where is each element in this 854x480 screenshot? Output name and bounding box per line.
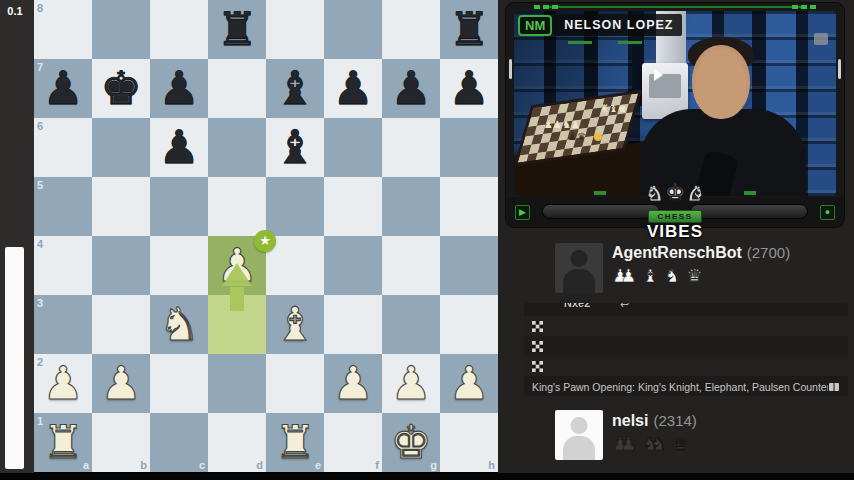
square-h4[interactable]	[440, 236, 498, 295]
square-d2[interactable]	[208, 354, 266, 413]
black-pawn-g7[interactable]: ♟	[382, 59, 440, 118]
wall-object	[814, 33, 828, 45]
captured-pieces-bottom: ♟♟♞♞♛	[612, 433, 689, 455]
file-label-d: d	[256, 459, 263, 471]
rank-label-1: 1	[37, 415, 43, 427]
square-c8[interactable]	[150, 0, 208, 59]
logo-crest: ♞♚♞	[610, 181, 740, 205]
file-label-g: g	[430, 459, 437, 471]
square-f7[interactable]: ♟	[324, 59, 382, 118]
black-bishop-e6[interactable]: ♝	[266, 118, 324, 177]
black-pawn-f7[interactable]: ♟	[324, 59, 382, 118]
black-king-b7[interactable]: ♚	[92, 59, 150, 118]
play-icon-green: ▶	[515, 205, 530, 220]
square-b8[interactable]	[92, 0, 150, 59]
frame-tick-right	[838, 59, 841, 79]
white-pawn-b2[interactable]: ♟	[92, 354, 150, 413]
clipped-move-row[interactable]: Nxe2 ↩	[524, 303, 848, 316]
captured-bishop-icon: ♝	[642, 265, 658, 287]
frame-dashes-left	[534, 5, 558, 9]
reply-arrow-icon: ↩	[620, 303, 629, 311]
square-e8[interactable]	[266, 0, 324, 59]
yellow-piece	[594, 133, 602, 141]
square-d5[interactable]	[208, 177, 266, 236]
square-g7[interactable]: ♟	[382, 59, 440, 118]
captured-knight-icon: ♞	[664, 265, 680, 287]
top-player-rating: (2700)	[747, 244, 790, 261]
clipped-move-text: Nxe2	[564, 303, 590, 309]
bottom-player-rating: (2314)	[653, 412, 696, 429]
square-f3[interactable]	[324, 295, 382, 354]
square-a5[interactable]: 5	[34, 177, 92, 236]
square-e3[interactable]: ♝	[266, 295, 324, 354]
best-move-star-icon: ★	[254, 230, 276, 252]
white-bishop-e3[interactable]: ♝	[266, 295, 324, 354]
square-f1[interactable]: f	[324, 413, 382, 472]
square-a7[interactable]: 7♟	[34, 59, 92, 118]
eval-bar-white-fill	[5, 247, 24, 469]
opening-name: King's Pawn Opening: King's Knight, Elep…	[532, 381, 828, 393]
square-c2[interactable]	[150, 354, 208, 413]
square-h1[interactable]: h	[440, 413, 498, 472]
square-g2[interactable]: ♟	[382, 354, 440, 413]
hint-arrow-head	[222, 263, 252, 286]
captured-pawn-icon: ♟	[620, 265, 636, 287]
rank-label-7: 7	[37, 61, 43, 73]
square-h6[interactable]	[440, 118, 498, 177]
square-b2[interactable]: ♟	[92, 354, 150, 413]
bottom-player-name[interactable]: nelsi(2314)	[612, 412, 697, 430]
captured-queen-icon: ♛	[687, 265, 703, 287]
file-label-b: b	[140, 459, 147, 471]
rank-label-8: 8	[37, 2, 43, 14]
game-result-row[interactable]	[524, 356, 848, 376]
eval-bar: 0.1	[0, 0, 34, 480]
streamer-name: NELSON LOPEZ	[555, 14, 682, 36]
title-badge: NM	[518, 15, 552, 36]
checkered-flag-icon	[532, 321, 543, 332]
black-bishop-e7[interactable]: ♝	[266, 59, 324, 118]
rank-label-3: 3	[37, 297, 43, 309]
captured-knight-icon: ♞	[650, 433, 666, 455]
file-label-h: h	[488, 459, 495, 471]
square-d4[interactable]: ♟★	[208, 236, 266, 295]
frame-tick-left	[509, 59, 512, 79]
logo-text-vibes: VIBES	[610, 222, 740, 242]
rank-label-6: 6	[37, 120, 43, 132]
square-g6[interactable]	[382, 118, 440, 177]
square-e6[interactable]: ♝	[266, 118, 324, 177]
square-e1[interactable]: e♜	[266, 413, 324, 472]
square-h7[interactable]: ♟	[440, 59, 498, 118]
white-knight-c3[interactable]: ♞	[150, 295, 208, 354]
frame-top-line	[544, 6, 806, 8]
file-label-a: a	[83, 459, 89, 471]
captured-queen-icon: ♛	[673, 433, 689, 455]
streamer-face	[692, 45, 750, 119]
black-rook-d8[interactable]: ♜	[208, 0, 266, 59]
game-result-row[interactable]	[524, 316, 848, 336]
square-a1[interactable]: 1a♜	[34, 413, 92, 472]
streamer-nameplate: NM NELSON LOPEZ	[518, 14, 682, 36]
square-e2[interactable]	[266, 354, 324, 413]
square-d8[interactable]: ♜	[208, 0, 266, 59]
captured-pawn-icon: ♟	[620, 433, 636, 455]
square-b5[interactable]	[92, 177, 150, 236]
square-h5[interactable]	[440, 177, 498, 236]
square-f8[interactable]	[324, 0, 382, 59]
square-e5[interactable]	[266, 177, 324, 236]
file-label-f: f	[375, 459, 379, 471]
square-d6[interactable]	[208, 118, 266, 177]
square-b6[interactable]	[92, 118, 150, 177]
checkered-flag-icon	[532, 361, 543, 372]
chess-vibes-logo: ♞♚♞ CHESS VIBES	[610, 181, 740, 242]
square-a6[interactable]: 6	[34, 118, 92, 177]
square-c1[interactable]: c	[150, 413, 208, 472]
square-g8[interactable]	[382, 0, 440, 59]
file-label-e: e	[315, 459, 321, 471]
square-f5[interactable]	[324, 177, 382, 236]
square-e7[interactable]: ♝	[266, 59, 324, 118]
square-h2[interactable]: ♟	[440, 354, 498, 413]
checkered-flag-icon	[532, 341, 543, 352]
square-a4[interactable]: 4	[34, 236, 92, 295]
square-a8[interactable]: 8	[34, 0, 92, 59]
file-label-c: c	[199, 459, 205, 471]
square-g5[interactable]	[382, 177, 440, 236]
nameplate-underline	[568, 41, 642, 44]
white-pawn-f2[interactable]: ♟	[324, 354, 382, 413]
square-f2[interactable]: ♟	[324, 354, 382, 413]
rank-label-2: 2	[37, 356, 43, 368]
square-a3[interactable]: 3	[34, 295, 92, 354]
play-icon	[654, 69, 663, 81]
square-d1[interactable]: d	[208, 413, 266, 472]
square-c4[interactable]	[150, 236, 208, 295]
square-c6[interactable]: ♟	[150, 118, 208, 177]
square-h8[interactable]: ♜	[440, 0, 498, 59]
square-f4[interactable]	[324, 236, 382, 295]
square-b7[interactable]: ♚	[92, 59, 150, 118]
top-player-name[interactable]: AgentRenschBot(2700)	[612, 244, 790, 262]
black-pawn-h7[interactable]: ♟	[440, 59, 498, 118]
square-g3[interactable]	[382, 295, 440, 354]
eval-score: 0.1	[0, 5, 30, 17]
webcam-frame: ♜♝♚ ♟♟♞♟ ♟♛ NM NELSON LOPEZ ▶ ● ♞♚♞ CHES…	[505, 2, 845, 228]
black-pawn-c6[interactable]: ♟	[150, 118, 208, 177]
square-c3[interactable]: ♞	[150, 295, 208, 354]
captured-pieces-top: ♟♟♝♞♛	[612, 265, 703, 287]
opening-book-icon[interactable]	[828, 381, 840, 393]
lock-icon-green: ●	[820, 205, 835, 220]
stream-side-panel: ♜♝♚ ♟♟♞♟ ♟♛ NM NELSON LOPEZ ▶ ● ♞♚♞ CHES…	[498, 0, 854, 480]
square-f6[interactable]	[324, 118, 382, 177]
white-pawn-h2[interactable]: ♟	[440, 354, 498, 413]
letterbox-bottom	[0, 473, 854, 480]
square-g4[interactable]	[382, 236, 440, 295]
moves-panel[interactable]: Nxe2 ↩ King's Pawn Opening: King's Knigh…	[524, 303, 848, 396]
square-a2[interactable]: 2♟	[34, 354, 92, 413]
avatar-top-player[interactable]	[555, 243, 603, 293]
avatar-bottom-player[interactable]	[555, 410, 603, 460]
square-c7[interactable]: ♟	[150, 59, 208, 118]
square-d7[interactable]	[208, 59, 266, 118]
black-pawn-c7[interactable]: ♟	[150, 59, 208, 118]
black-rook-h8[interactable]: ♜	[440, 0, 498, 59]
game-result-rows	[524, 316, 848, 376]
chess-board[interactable]: 8♜♜7♟♚♟♝♟♟♟6♟♝54♟★3♞♝2♟♟♟♟♟1a♜bcde♜fg♚h	[34, 0, 498, 472]
frame-dashes-right	[792, 5, 816, 9]
square-b4[interactable]	[92, 236, 150, 295]
square-h3[interactable]	[440, 295, 498, 354]
square-g1[interactable]: g♚	[382, 413, 440, 472]
hint-arrow-shaft	[230, 287, 244, 311]
rank-label-5: 5	[37, 179, 43, 191]
square-b3[interactable]	[92, 295, 150, 354]
square-c5[interactable]	[150, 177, 208, 236]
rank-label-4: 4	[37, 238, 43, 250]
webcam-video: ♜♝♚ ♟♟♞♟ ♟♛	[514, 11, 836, 196]
opening-row[interactable]: King's Pawn Opening: King's Knight, Elep…	[524, 376, 848, 396]
white-pawn-g2[interactable]: ♟	[382, 354, 440, 413]
square-b1[interactable]: b	[92, 413, 150, 472]
game-result-row[interactable]	[524, 336, 848, 356]
